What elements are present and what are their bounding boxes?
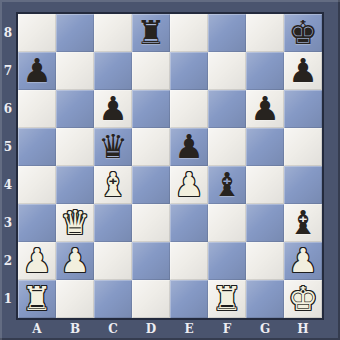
piece-black-bishop[interactable]: ♝: [288, 206, 318, 239]
piece-black-pawn[interactable]: ♟: [98, 92, 128, 125]
square-c2[interactable]: [94, 242, 132, 280]
piece-white-pawn[interactable]: ♟: [22, 244, 52, 277]
square-f3[interactable]: [208, 204, 246, 242]
square-f2[interactable]: [208, 242, 246, 280]
piece-black-queen[interactable]: ♛: [98, 130, 128, 163]
square-f1[interactable]: ♜: [208, 280, 246, 318]
square-c5[interactable]: ♛: [94, 128, 132, 166]
square-e2[interactable]: [170, 242, 208, 280]
chess-app-frame: ♜♚♟♟♟♟♛♟♝♟♝♛♝♟♟♟♜♜♚ 87654321ABCDEFGH: [0, 0, 340, 340]
file-label-h: H: [284, 320, 322, 338]
square-f7[interactable]: [208, 52, 246, 90]
piece-white-bishop[interactable]: ♝: [98, 168, 128, 201]
square-h7[interactable]: ♟: [284, 52, 322, 90]
square-a7[interactable]: ♟: [18, 52, 56, 90]
file-label-d: D: [132, 320, 170, 338]
square-b6[interactable]: [56, 90, 94, 128]
square-d8[interactable]: ♜: [132, 14, 170, 52]
piece-black-king[interactable]: ♚: [288, 16, 318, 49]
square-e7[interactable]: [170, 52, 208, 90]
chess-board: ♜♚♟♟♟♟♛♟♝♟♝♛♝♟♟♟♜♜♚: [16, 12, 324, 320]
piece-black-pawn[interactable]: ♟: [22, 54, 52, 87]
piece-white-rook[interactable]: ♜: [212, 282, 242, 315]
square-h3[interactable]: ♝: [284, 204, 322, 242]
file-label-c: C: [94, 320, 132, 338]
piece-black-pawn[interactable]: ♟: [288, 54, 318, 87]
square-f5[interactable]: [208, 128, 246, 166]
piece-white-pawn[interactable]: ♟: [288, 244, 318, 277]
square-a3[interactable]: [18, 204, 56, 242]
square-c4[interactable]: ♝: [94, 166, 132, 204]
square-c7[interactable]: [94, 52, 132, 90]
square-h1[interactable]: ♚: [284, 280, 322, 318]
square-a6[interactable]: [18, 90, 56, 128]
square-h8[interactable]: ♚: [284, 14, 322, 52]
square-g1[interactable]: [246, 280, 284, 318]
piece-black-pawn[interactable]: ♟: [174, 130, 204, 163]
square-b1[interactable]: [56, 280, 94, 318]
file-label-g: G: [246, 320, 284, 338]
square-g3[interactable]: [246, 204, 284, 242]
square-b8[interactable]: [56, 14, 94, 52]
rank-label-6: 6: [0, 90, 16, 128]
square-e1[interactable]: [170, 280, 208, 318]
square-d3[interactable]: [132, 204, 170, 242]
square-b7[interactable]: [56, 52, 94, 90]
square-a2[interactable]: ♟: [18, 242, 56, 280]
square-b3[interactable]: ♛: [56, 204, 94, 242]
square-a5[interactable]: [18, 128, 56, 166]
square-g7[interactable]: [246, 52, 284, 90]
square-c8[interactable]: [94, 14, 132, 52]
piece-white-king[interactable]: ♚: [288, 282, 318, 315]
square-g4[interactable]: [246, 166, 284, 204]
piece-black-pawn[interactable]: ♟: [250, 92, 280, 125]
square-b4[interactable]: [56, 166, 94, 204]
rank-label-7: 7: [0, 52, 16, 90]
square-a1[interactable]: ♜: [18, 280, 56, 318]
square-h2[interactable]: ♟: [284, 242, 322, 280]
square-h5[interactable]: [284, 128, 322, 166]
square-h6[interactable]: [284, 90, 322, 128]
piece-white-queen[interactable]: ♛: [60, 206, 90, 239]
file-label-b: B: [56, 320, 94, 338]
file-label-e: E: [170, 320, 208, 338]
square-e3[interactable]: [170, 204, 208, 242]
square-d5[interactable]: [132, 128, 170, 166]
rank-label-5: 5: [0, 128, 16, 166]
piece-white-rook[interactable]: ♜: [22, 282, 52, 315]
piece-white-pawn[interactable]: ♟: [174, 168, 204, 201]
piece-white-pawn[interactable]: ♟: [60, 244, 90, 277]
square-g5[interactable]: [246, 128, 284, 166]
square-e5[interactable]: ♟: [170, 128, 208, 166]
file-label-a: A: [18, 320, 56, 338]
square-f6[interactable]: [208, 90, 246, 128]
file-label-f: F: [208, 320, 246, 338]
square-f8[interactable]: [208, 14, 246, 52]
square-a8[interactable]: [18, 14, 56, 52]
square-f4[interactable]: ♝: [208, 166, 246, 204]
square-g2[interactable]: [246, 242, 284, 280]
square-d1[interactable]: [132, 280, 170, 318]
rank-label-3: 3: [0, 204, 16, 242]
square-b2[interactable]: ♟: [56, 242, 94, 280]
square-d7[interactable]: [132, 52, 170, 90]
square-e6[interactable]: [170, 90, 208, 128]
square-d2[interactable]: [132, 242, 170, 280]
piece-black-rook[interactable]: ♜: [136, 16, 166, 49]
square-d6[interactable]: [132, 90, 170, 128]
square-b5[interactable]: [56, 128, 94, 166]
rank-label-8: 8: [0, 14, 16, 52]
rank-label-1: 1: [0, 280, 16, 318]
square-c6[interactable]: ♟: [94, 90, 132, 128]
square-h4[interactable]: [284, 166, 322, 204]
square-a4[interactable]: [18, 166, 56, 204]
square-g8[interactable]: [246, 14, 284, 52]
square-c1[interactable]: [94, 280, 132, 318]
square-e8[interactable]: [170, 14, 208, 52]
square-e4[interactable]: ♟: [170, 166, 208, 204]
square-g6[interactable]: ♟: [246, 90, 284, 128]
square-c3[interactable]: [94, 204, 132, 242]
piece-black-bishop[interactable]: ♝: [212, 168, 242, 201]
square-d4[interactable]: [132, 166, 170, 204]
rank-label-4: 4: [0, 166, 16, 204]
rank-label-2: 2: [0, 242, 16, 280]
